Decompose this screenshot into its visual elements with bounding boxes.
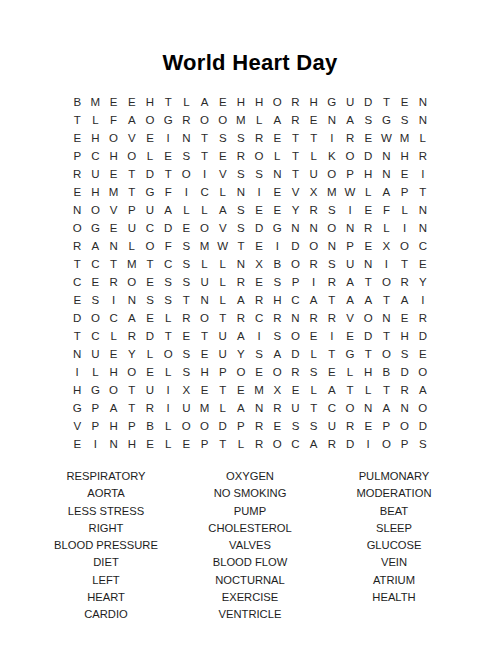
grid-cell-r17c2[interactable]: G: [86, 382, 104, 400]
grid-cell-r19c6[interactable]: L: [159, 418, 177, 436]
grid-cell-r9c5[interactable]: O: [141, 238, 159, 256]
grid-cell-r18c13[interactable]: U: [286, 400, 304, 418]
grid-cell-r14c4[interactable]: R: [123, 328, 141, 346]
grid-cell-r12c12[interactable]: H: [268, 292, 286, 310]
grid-cell-r1c19[interactable]: E: [396, 94, 414, 112]
grid-cell-r19c18[interactable]: P: [377, 418, 395, 436]
grid-cell-r10c5[interactable]: T: [141, 256, 159, 274]
grid-cell-r17c6[interactable]: I: [159, 382, 177, 400]
grid-cell-r14c7[interactable]: E: [177, 328, 195, 346]
grid-cell-r12c1[interactable]: E: [68, 292, 86, 310]
grid-cell-r8c15[interactable]: O: [323, 220, 341, 238]
grid-cell-r9c14[interactable]: O: [305, 238, 323, 256]
grid-cell-r19c10[interactable]: P: [232, 418, 250, 436]
grid-cell-r4c2[interactable]: C: [86, 148, 104, 166]
grid-cell-r8c7[interactable]: E: [177, 220, 195, 238]
grid-cell-r16c14[interactable]: S: [305, 364, 323, 382]
grid-cell-r15c17[interactable]: T: [359, 346, 377, 364]
grid-cell-r8c2[interactable]: G: [86, 220, 104, 238]
grid-cell-r18c15[interactable]: C: [323, 400, 341, 418]
grid-cell-r5c17[interactable]: H: [359, 166, 377, 184]
grid-cell-r11c13[interactable]: P: [286, 274, 304, 292]
grid-cell-r6c11[interactable]: I: [250, 184, 268, 202]
grid-cell-r10c1[interactable]: T: [68, 256, 86, 274]
grid-cell-r13c9[interactable]: T: [214, 310, 232, 328]
grid-cell-r12c20[interactable]: I: [414, 292, 432, 310]
grid-cell-r16c19[interactable]: D: [396, 364, 414, 382]
grid-cell-r19c7[interactable]: O: [177, 418, 195, 436]
grid-cell-r2c1[interactable]: T: [68, 112, 86, 130]
grid-cell-r8c13[interactable]: N: [286, 220, 304, 238]
grid-cell-r15c6[interactable]: O: [159, 346, 177, 364]
grid-cell-r20c18[interactable]: O: [377, 436, 395, 454]
grid-cell-r15c10[interactable]: Y: [232, 346, 250, 364]
grid-cell-r7c3[interactable]: V: [105, 202, 123, 220]
grid-cell-r19c19[interactable]: O: [396, 418, 414, 436]
grid-cell-r16c13[interactable]: R: [286, 364, 304, 382]
grid-cell-r9c12[interactable]: I: [268, 238, 286, 256]
grid-cell-r20c1[interactable]: E: [68, 436, 86, 454]
grid-cell-r13c10[interactable]: R: [232, 310, 250, 328]
grid-cell-r7c9[interactable]: A: [214, 202, 232, 220]
grid-cell-r18c8[interactable]: M: [195, 400, 213, 418]
grid-cell-r15c14[interactable]: L: [305, 346, 323, 364]
grid-cell-r5c11[interactable]: S: [250, 166, 268, 184]
grid-cell-r2c2[interactable]: L: [86, 112, 104, 130]
grid-cell-r16c2[interactable]: L: [86, 364, 104, 382]
grid-cell-r5c18[interactable]: N: [377, 166, 395, 184]
grid-cell-r2c16[interactable]: A: [341, 112, 359, 130]
grid-cell-r9c18[interactable]: X: [377, 238, 395, 256]
grid-cell-r10c9[interactable]: L: [214, 256, 232, 274]
grid-cell-r19c20[interactable]: D: [414, 418, 432, 436]
grid-cell-r14c18[interactable]: T: [377, 328, 395, 346]
grid-cell-r20c9[interactable]: T: [214, 436, 232, 454]
grid-cell-r17c19[interactable]: R: [396, 382, 414, 400]
grid-cell-r20c2[interactable]: I: [86, 436, 104, 454]
grid-cell-r9c15[interactable]: N: [323, 238, 341, 256]
grid-cell-r5c6[interactable]: T: [159, 166, 177, 184]
grid-cell-r6c6[interactable]: F: [159, 184, 177, 202]
grid-cell-r11c11[interactable]: E: [250, 274, 268, 292]
grid-cell-r4c13[interactable]: T: [286, 148, 304, 166]
grid-cell-r16c1[interactable]: I: [68, 364, 86, 382]
grid-cell-r10c12[interactable]: B: [268, 256, 286, 274]
grid-cell-r14c2[interactable]: C: [86, 328, 104, 346]
grid-cell-r3c8[interactable]: T: [195, 130, 213, 148]
grid-cell-r11c7[interactable]: S: [177, 274, 195, 292]
grid-cell-r12c9[interactable]: L: [214, 292, 232, 310]
grid-cell-r17c9[interactable]: T: [214, 382, 232, 400]
grid-cell-r8c20[interactable]: N: [414, 220, 432, 238]
grid-cell-r8c6[interactable]: D: [159, 220, 177, 238]
grid-cell-r18c11[interactable]: N: [250, 400, 268, 418]
grid-cell-r5c8[interactable]: I: [195, 166, 213, 184]
grid-cell-r3c10[interactable]: S: [232, 130, 250, 148]
grid-cell-r20c6[interactable]: L: [159, 436, 177, 454]
grid-cell-r8c1[interactable]: O: [68, 220, 86, 238]
grid-cell-r18c14[interactable]: T: [305, 400, 323, 418]
grid-cell-r11c1[interactable]: C: [68, 274, 86, 292]
grid-cell-r3c18[interactable]: W: [377, 130, 395, 148]
grid-cell-r14c12[interactable]: S: [268, 328, 286, 346]
grid-cell-r6c20[interactable]: T: [414, 184, 432, 202]
grid-cell-r5c5[interactable]: D: [141, 166, 159, 184]
grid-cell-r14c13[interactable]: O: [286, 328, 304, 346]
grid-cell-r14c6[interactable]: T: [159, 328, 177, 346]
grid-cell-r11c20[interactable]: Y: [414, 274, 432, 292]
grid-cell-r1c11[interactable]: H: [250, 94, 268, 112]
grid-cell-r12c16[interactable]: A: [341, 292, 359, 310]
grid-cell-r18c5[interactable]: R: [141, 400, 159, 418]
grid-cell-r2c20[interactable]: N: [414, 112, 432, 130]
grid-cell-r2c4[interactable]: A: [123, 112, 141, 130]
grid-cell-r10c20[interactable]: E: [414, 256, 432, 274]
grid-cell-r4c14[interactable]: L: [305, 148, 323, 166]
grid-cell-r20c5[interactable]: E: [141, 436, 159, 454]
grid-cell-r16c10[interactable]: O: [232, 364, 250, 382]
grid-cell-r15c11[interactable]: S: [250, 346, 268, 364]
grid-cell-r13c3[interactable]: C: [105, 310, 123, 328]
grid-cell-r5c19[interactable]: E: [396, 166, 414, 184]
grid-cell-r13c11[interactable]: C: [250, 310, 268, 328]
grid-cell-r20c15[interactable]: R: [323, 436, 341, 454]
grid-cell-r1c12[interactable]: O: [268, 94, 286, 112]
grid-cell-r10c15[interactable]: S: [323, 256, 341, 274]
grid-cell-r4c3[interactable]: H: [105, 148, 123, 166]
grid-cell-r14c1[interactable]: T: [68, 328, 86, 346]
grid-cell-r11c6[interactable]: S: [159, 274, 177, 292]
grid-cell-r2c19[interactable]: S: [396, 112, 414, 130]
grid-cell-r6c7[interactable]: I: [177, 184, 195, 202]
grid-cell-r16c9[interactable]: P: [214, 364, 232, 382]
grid-cell-r7c20[interactable]: N: [414, 202, 432, 220]
grid-cell-r8c14[interactable]: N: [305, 220, 323, 238]
grid-cell-r12c11[interactable]: R: [250, 292, 268, 310]
grid-cell-r12c2[interactable]: S: [86, 292, 104, 310]
grid-cell-r3c14[interactable]: T: [305, 130, 323, 148]
grid-cell-r19c3[interactable]: H: [105, 418, 123, 436]
grid-cell-r13c15[interactable]: R: [323, 310, 341, 328]
grid-cell-r16c11[interactable]: E: [250, 364, 268, 382]
grid-cell-r10c13[interactable]: O: [286, 256, 304, 274]
grid-cell-r12c13[interactable]: C: [286, 292, 304, 310]
grid-cell-r11c2[interactable]: E: [86, 274, 104, 292]
grid-cell-r7c4[interactable]: P: [123, 202, 141, 220]
grid-cell-r1c7[interactable]: L: [177, 94, 195, 112]
grid-cell-r9c19[interactable]: O: [396, 238, 414, 256]
grid-cell-r20c7[interactable]: E: [177, 436, 195, 454]
grid-cell-r1c13[interactable]: R: [286, 94, 304, 112]
grid-cell-r5c13[interactable]: T: [286, 166, 304, 184]
grid-cell-r6c14[interactable]: X: [305, 184, 323, 202]
grid-cell-r11c5[interactable]: E: [141, 274, 159, 292]
grid-cell-r17c13[interactable]: E: [286, 382, 304, 400]
grid-cell-r2c18[interactable]: G: [377, 112, 395, 130]
grid-cell-r17c1[interactable]: H: [68, 382, 86, 400]
grid-cell-r9c3[interactable]: N: [105, 238, 123, 256]
grid-cell-r2c6[interactable]: G: [159, 112, 177, 130]
grid-cell-r1c9[interactable]: E: [214, 94, 232, 112]
grid-cell-r11c17[interactable]: T: [359, 274, 377, 292]
grid-cell-r8c17[interactable]: R: [359, 220, 377, 238]
grid-cell-r6c4[interactable]: T: [123, 184, 141, 202]
grid-cell-r12c14[interactable]: A: [305, 292, 323, 310]
grid-cell-r14c11[interactable]: I: [250, 328, 268, 346]
grid-cell-r10c11[interactable]: X: [250, 256, 268, 274]
grid-cell-r7c19[interactable]: L: [396, 202, 414, 220]
grid-cell-r18c12[interactable]: R: [268, 400, 286, 418]
grid-cell-r20c16[interactable]: D: [341, 436, 359, 454]
grid-cell-r5c14[interactable]: U: [305, 166, 323, 184]
grid-cell-r18c16[interactable]: O: [341, 400, 359, 418]
grid-cell-r11c12[interactable]: S: [268, 274, 286, 292]
grid-cell-r8c18[interactable]: L: [377, 220, 395, 238]
grid-cell-r12c4[interactable]: N: [123, 292, 141, 310]
grid-cell-r18c3[interactable]: A: [105, 400, 123, 418]
grid-cell-r8c19[interactable]: I: [396, 220, 414, 238]
grid-cell-r11c9[interactable]: L: [214, 274, 232, 292]
grid-cell-r7c12[interactable]: E: [268, 202, 286, 220]
grid-cell-r5c2[interactable]: U: [86, 166, 104, 184]
grid-cell-r13c16[interactable]: V: [341, 310, 359, 328]
grid-cell-r5c4[interactable]: T: [123, 166, 141, 184]
grid-cell-r4c20[interactable]: R: [414, 148, 432, 166]
grid-cell-r11c10[interactable]: R: [232, 274, 250, 292]
grid-cell-r1c14[interactable]: H: [305, 94, 323, 112]
grid-cell-r15c5[interactable]: L: [141, 346, 159, 364]
grid-cell-r4c9[interactable]: E: [214, 148, 232, 166]
grid-cell-r20c11[interactable]: R: [250, 436, 268, 454]
grid-cell-r17c16[interactable]: T: [341, 382, 359, 400]
grid-cell-r15c3[interactable]: E: [105, 346, 123, 364]
grid-cell-r2c7[interactable]: R: [177, 112, 195, 130]
grid-cell-r1c4[interactable]: E: [123, 94, 141, 112]
grid-cell-r9c8[interactable]: M: [195, 238, 213, 256]
grid-cell-r14c16[interactable]: E: [341, 328, 359, 346]
grid-cell-r2c9[interactable]: O: [214, 112, 232, 130]
grid-cell-r2c13[interactable]: R: [286, 112, 304, 130]
grid-cell-r14c20[interactable]: D: [414, 328, 432, 346]
grid-cell-r7c2[interactable]: O: [86, 202, 104, 220]
grid-cell-r13c12[interactable]: R: [268, 310, 286, 328]
grid-cell-r4c8[interactable]: T: [195, 148, 213, 166]
grid-cell-r9c6[interactable]: F: [159, 238, 177, 256]
grid-cell-r8c16[interactable]: N: [341, 220, 359, 238]
grid-cell-r3c15[interactable]: I: [323, 130, 341, 148]
grid-cell-r9c20[interactable]: C: [414, 238, 432, 256]
grid-cell-r1c2[interactable]: M: [86, 94, 104, 112]
grid-cell-r20c14[interactable]: A: [305, 436, 323, 454]
grid-cell-r16c16[interactable]: L: [341, 364, 359, 382]
grid-cell-r14c19[interactable]: H: [396, 328, 414, 346]
grid-cell-r9c2[interactable]: A: [86, 238, 104, 256]
grid-cell-r2c14[interactable]: E: [305, 112, 323, 130]
grid-cell-r11c3[interactable]: R: [105, 274, 123, 292]
grid-cell-r9c1[interactable]: R: [68, 238, 86, 256]
grid-cell-r7c5[interactable]: U: [141, 202, 159, 220]
grid-cell-r7c10[interactable]: S: [232, 202, 250, 220]
grid-cell-r18c19[interactable]: N: [396, 400, 414, 418]
grid-cell-r14c5[interactable]: D: [141, 328, 159, 346]
grid-cell-r18c1[interactable]: G: [68, 400, 86, 418]
grid-cell-r20c12[interactable]: O: [268, 436, 286, 454]
grid-cell-r2c12[interactable]: A: [268, 112, 286, 130]
grid-cell-r13c4[interactable]: A: [123, 310, 141, 328]
grid-cell-r11c4[interactable]: O: [123, 274, 141, 292]
grid-cell-r12c18[interactable]: T: [377, 292, 395, 310]
grid-cell-r4c5[interactable]: L: [141, 148, 159, 166]
grid-cell-r20c4[interactable]: H: [123, 436, 141, 454]
grid-cell-r19c13[interactable]: S: [286, 418, 304, 436]
grid-cell-r10c17[interactable]: N: [359, 256, 377, 274]
grid-cell-r4c1[interactable]: P: [68, 148, 86, 166]
grid-cell-r3c7[interactable]: N: [177, 130, 195, 148]
grid-cell-r1c16[interactable]: U: [341, 94, 359, 112]
grid-cell-r16c7[interactable]: S: [177, 364, 195, 382]
grid-cell-r6c18[interactable]: A: [377, 184, 395, 202]
grid-cell-r19c9[interactable]: D: [214, 418, 232, 436]
grid-cell-r15c13[interactable]: D: [286, 346, 304, 364]
grid-cell-r19c14[interactable]: S: [305, 418, 323, 436]
grid-cell-r6c13[interactable]: V: [286, 184, 304, 202]
grid-cell-r12c10[interactable]: A: [232, 292, 250, 310]
grid-cell-r19c15[interactable]: U: [323, 418, 341, 436]
grid-cell-r20c10[interactable]: L: [232, 436, 250, 454]
grid-cell-r9c13[interactable]: D: [286, 238, 304, 256]
grid-cell-r4c12[interactable]: L: [268, 148, 286, 166]
grid-cell-r2c3[interactable]: F: [105, 112, 123, 130]
grid-cell-r10c6[interactable]: C: [159, 256, 177, 274]
grid-cell-r5c20[interactable]: I: [414, 166, 432, 184]
grid-cell-r16c3[interactable]: H: [105, 364, 123, 382]
grid-cell-r5c3[interactable]: E: [105, 166, 123, 184]
grid-cell-r3c5[interactable]: E: [141, 130, 159, 148]
grid-cell-r6c2[interactable]: H: [86, 184, 104, 202]
grid-cell-r15c1[interactable]: N: [68, 346, 86, 364]
grid-cell-r18c18[interactable]: A: [377, 400, 395, 418]
grid-cell-r14c8[interactable]: T: [195, 328, 213, 346]
grid-cell-r13c20[interactable]: R: [414, 310, 432, 328]
grid-cell-r9c7[interactable]: S: [177, 238, 195, 256]
grid-cell-r6c10[interactable]: N: [232, 184, 250, 202]
grid-cell-r18c2[interactable]: P: [86, 400, 104, 418]
grid-cell-r5c15[interactable]: O: [323, 166, 341, 184]
grid-cell-r19c8[interactable]: O: [195, 418, 213, 436]
grid-cell-r19c1[interactable]: V: [68, 418, 86, 436]
grid-cell-r4c17[interactable]: D: [359, 148, 377, 166]
grid-cell-r15c18[interactable]: O: [377, 346, 395, 364]
grid-cell-r1c5[interactable]: H: [141, 94, 159, 112]
grid-cell-r6c1[interactable]: E: [68, 184, 86, 202]
grid-cell-r17c5[interactable]: U: [141, 382, 159, 400]
grid-cell-r15c16[interactable]: G: [341, 346, 359, 364]
grid-cell-r3c9[interactable]: S: [214, 130, 232, 148]
grid-cell-r1c18[interactable]: T: [377, 94, 395, 112]
grid-cell-r20c13[interactable]: C: [286, 436, 304, 454]
grid-cell-r13c2[interactable]: O: [86, 310, 104, 328]
grid-cell-r8c9[interactable]: V: [214, 220, 232, 238]
grid-cell-r3c13[interactable]: T: [286, 130, 304, 148]
grid-cell-r7c11[interactable]: E: [250, 202, 268, 220]
grid-cell-r10c10[interactable]: N: [232, 256, 250, 274]
grid-cell-r3c1[interactable]: E: [68, 130, 86, 148]
grid-cell-r14c9[interactable]: U: [214, 328, 232, 346]
grid-cell-r19c11[interactable]: R: [250, 418, 268, 436]
grid-cell-r15c9[interactable]: U: [214, 346, 232, 364]
grid-cell-r16c6[interactable]: L: [159, 364, 177, 382]
grid-cell-r2c5[interactable]: O: [141, 112, 159, 130]
grid-cell-r10c2[interactable]: C: [86, 256, 104, 274]
grid-cell-r8c3[interactable]: E: [105, 220, 123, 238]
grid-cell-r16c15[interactable]: E: [323, 364, 341, 382]
grid-cell-r13c17[interactable]: O: [359, 310, 377, 328]
grid-cell-r17c7[interactable]: X: [177, 382, 195, 400]
grid-cell-r18c10[interactable]: A: [232, 400, 250, 418]
grid-cell-r10c14[interactable]: R: [305, 256, 323, 274]
grid-cell-r14c14[interactable]: E: [305, 328, 323, 346]
grid-cell-r1c10[interactable]: H: [232, 94, 250, 112]
grid-cell-r16c20[interactable]: O: [414, 364, 432, 382]
grid-cell-r4c10[interactable]: R: [232, 148, 250, 166]
grid-cell-r17c18[interactable]: T: [377, 382, 395, 400]
grid-cell-r5c16[interactable]: P: [341, 166, 359, 184]
grid-cell-r10c3[interactable]: T: [105, 256, 123, 274]
grid-cell-r15c12[interactable]: A: [268, 346, 286, 364]
grid-cell-r8c5[interactable]: C: [141, 220, 159, 238]
grid-cell-r17c17[interactable]: L: [359, 382, 377, 400]
grid-cell-r19c17[interactable]: E: [359, 418, 377, 436]
grid-cell-r6c3[interactable]: M: [105, 184, 123, 202]
grid-cell-r10c4[interactable]: M: [123, 256, 141, 274]
grid-cell-r1c1[interactable]: B: [68, 94, 86, 112]
grid-cell-r12c3[interactable]: I: [105, 292, 123, 310]
grid-cell-r3c17[interactable]: E: [359, 130, 377, 148]
grid-cell-r18c17[interactable]: N: [359, 400, 377, 418]
grid-cell-r8c8[interactable]: O: [195, 220, 213, 238]
grid-cell-r14c17[interactable]: D: [359, 328, 377, 346]
grid-cell-r9c10[interactable]: T: [232, 238, 250, 256]
grid-cell-r11c16[interactable]: A: [341, 274, 359, 292]
grid-cell-r20c20[interactable]: S: [414, 436, 432, 454]
grid-cell-r11c19[interactable]: R: [396, 274, 414, 292]
grid-cell-r14c10[interactable]: A: [232, 328, 250, 346]
grid-cell-r16c12[interactable]: O: [268, 364, 286, 382]
grid-cell-r15c4[interactable]: Y: [123, 346, 141, 364]
grid-cell-r7c13[interactable]: Y: [286, 202, 304, 220]
grid-cell-r4c4[interactable]: O: [123, 148, 141, 166]
grid-cell-r2c8[interactable]: O: [195, 112, 213, 130]
grid-cell-r15c20[interactable]: E: [414, 346, 432, 364]
grid-cell-r15c7[interactable]: S: [177, 346, 195, 364]
grid-cell-r19c12[interactable]: E: [268, 418, 286, 436]
grid-cell-r12c15[interactable]: T: [323, 292, 341, 310]
grid-cell-r12c19[interactable]: A: [396, 292, 414, 310]
grid-cell-r18c4[interactable]: T: [123, 400, 141, 418]
grid-cell-r16c17[interactable]: H: [359, 364, 377, 382]
grid-cell-r1c8[interactable]: A: [195, 94, 213, 112]
grid-cell-r4c18[interactable]: N: [377, 148, 395, 166]
grid-cell-r15c19[interactable]: S: [396, 346, 414, 364]
grid-cell-r7c6[interactable]: A: [159, 202, 177, 220]
grid-cell-r11c8[interactable]: U: [195, 274, 213, 292]
grid-cell-r15c8[interactable]: E: [195, 346, 213, 364]
grid-cell-r17c3[interactable]: O: [105, 382, 123, 400]
grid-cell-r13c18[interactable]: N: [377, 310, 395, 328]
grid-cell-r5c10[interactable]: S: [232, 166, 250, 184]
grid-cell-r6c12[interactable]: E: [268, 184, 286, 202]
grid-cell-r9c11[interactable]: E: [250, 238, 268, 256]
